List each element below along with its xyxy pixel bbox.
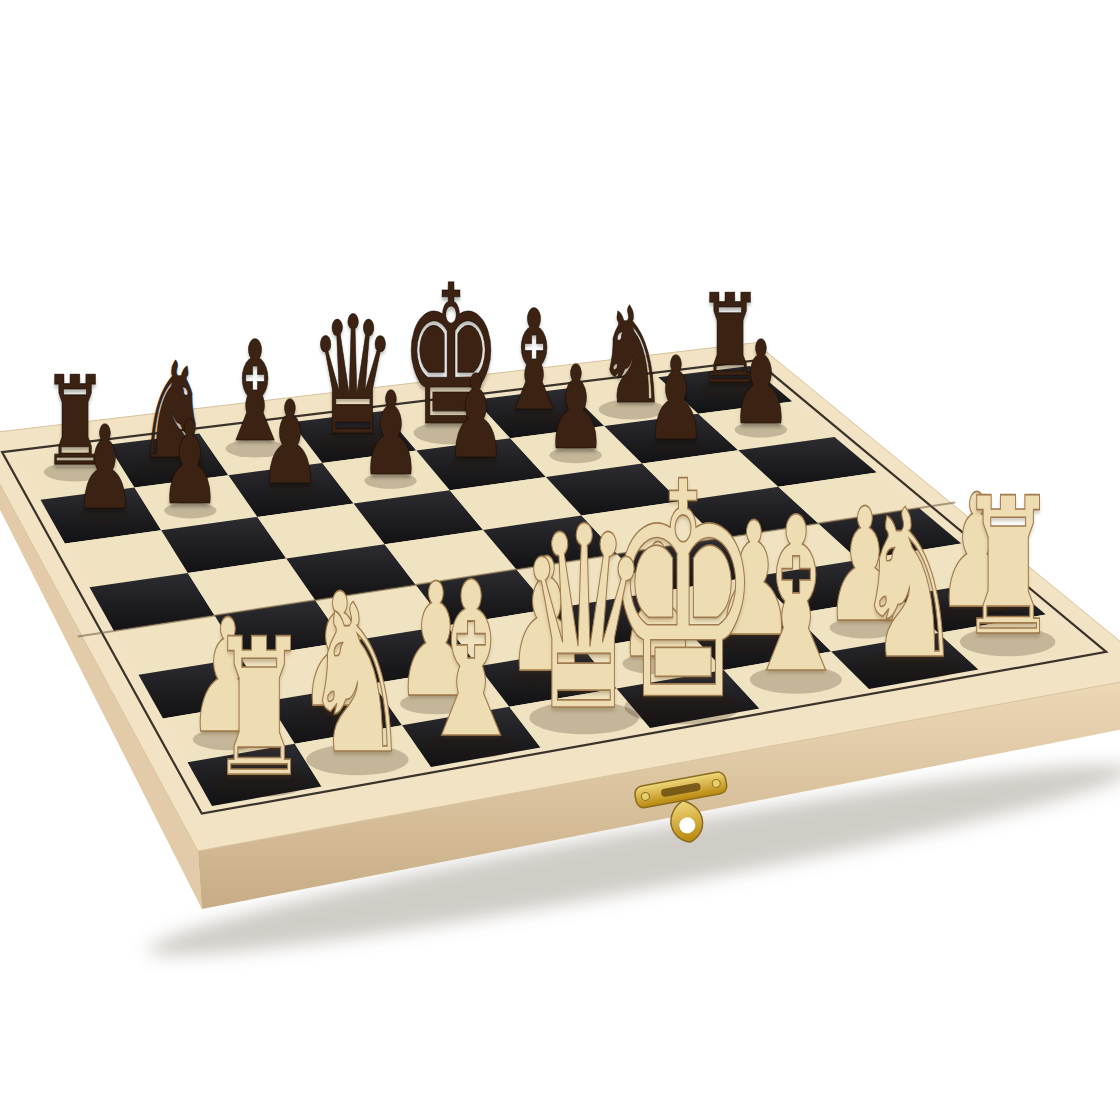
piece-black-pawn-b7[interactable]: ♟ (160, 406, 221, 521)
piece-black-pawn-a7[interactable]: ♟ (75, 411, 136, 526)
piece-black-pawn-f7[interactable]: ♟ (545, 351, 606, 466)
piece-white-knight-b1[interactable]: ♞ (303, 577, 411, 782)
piece-white-queen-d1[interactable]: ♛ (517, 494, 650, 746)
piece-white-rook-h1[interactable]: ♜ (958, 473, 1058, 663)
chess-set-photo: ♜♞♝♟♚♛♟♝♟♟♞♜♟♟♟♟♟♟♟♜♟♞♟♝♟♚♟♛♟♝♞♜ (0, 0, 1120, 1120)
piece-black-pawn-c7[interactable]: ♟ (260, 385, 321, 500)
piece-white-rook-a1[interactable]: ♜ (209, 614, 309, 804)
piece-white-knight-g1[interactable]: ♞ (855, 482, 963, 687)
piece-black-pawn-e7[interactable]: ♟ (445, 360, 506, 475)
piece-white-bishop-c1[interactable]: ♝ (414, 554, 527, 768)
pieces-layer: ♜♞♝♟♚♛♟♝♟♟♞♜♟♟♟♟♟♟♟♜♟♞♟♝♟♚♟♛♟♝♞♜ (0, 0, 1120, 1120)
piece-black-pawn-d7[interactable]: ♟ (360, 377, 421, 492)
